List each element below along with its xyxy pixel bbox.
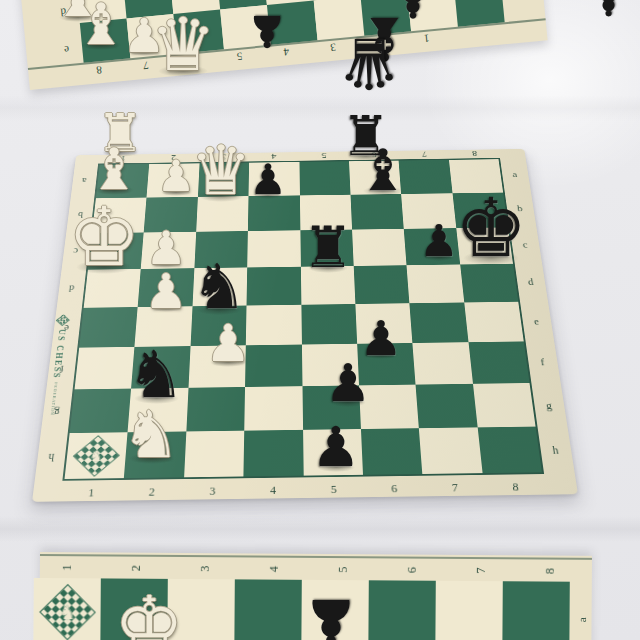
square-f1	[75, 347, 135, 389]
square-f5	[301, 344, 358, 386]
coordinate-label: 4	[249, 152, 299, 160]
square-g8	[473, 383, 536, 427]
square-a4	[249, 162, 300, 196]
square-c2	[141, 232, 196, 269]
bottom-board-square	[234, 579, 302, 640]
square-f4	[245, 345, 302, 387]
us-chess-logo: ♞	[73, 435, 120, 477]
coordinate-label: c	[67, 233, 85, 270]
coordinate-label: 1	[423, 33, 430, 45]
square-h8	[477, 427, 542, 474]
square-g2	[128, 388, 188, 432]
square-g5	[302, 385, 361, 429]
square-e2	[135, 306, 193, 347]
coordinate-label: 6	[349, 151, 400, 159]
square-h4	[244, 430, 304, 477]
coordinate-label: c	[516, 226, 535, 263]
top-board-square	[220, 5, 271, 49]
square-e6	[355, 303, 412, 344]
square-b7	[401, 193, 456, 229]
square-g1	[70, 389, 132, 434]
coordinate-label: 5	[236, 51, 243, 63]
coordinate-label: e	[64, 44, 70, 56]
square-e8	[464, 302, 524, 342]
coordinate-label: 7	[478, 563, 484, 578]
brand-sub: FEDERATION	[49, 383, 58, 416]
bottom-board-square: ♞	[33, 578, 101, 640]
coordinate-label: 2	[133, 561, 139, 576]
knight-logo-icon: ♞	[80, 441, 114, 469]
bottom-board: ♞ 12345678 a	[39, 552, 592, 640]
coordinate-label: 5	[340, 562, 346, 577]
photo-of-chess-boards: 87654321 de ♞ 12345678 12345678 abcdefgh…	[0, 0, 640, 640]
coordinate-label: e	[526, 301, 546, 341]
square-h2	[124, 431, 186, 478]
square-h3	[184, 431, 244, 478]
coordinate-label: 8	[485, 481, 547, 493]
square-e7	[410, 302, 469, 343]
square-d5	[300, 266, 355, 305]
coordinate-label: 4	[283, 46, 290, 58]
coordinate-label: 5	[299, 151, 349, 159]
square-h5	[303, 429, 363, 476]
top-board-square	[173, 9, 224, 53]
bottom-board-square	[301, 580, 369, 640]
bottom-board-square	[100, 578, 168, 640]
top-board-square	[267, 0, 318, 44]
square-b5	[300, 195, 352, 231]
bottom-board-square	[167, 579, 235, 640]
square-d2	[138, 268, 194, 307]
square-h6	[361, 428, 423, 475]
main-board: ♞ 12345678 12345678 abcdefgh abcdefgh US…	[32, 149, 578, 502]
coordinate-label: 4	[271, 562, 277, 577]
square-f7	[413, 342, 473, 384]
us-chess-shield-icon	[56, 315, 70, 327]
coordinate-label: 2	[377, 37, 384, 49]
bottom-board-file-label: a	[576, 617, 588, 622]
bottom-board-border-line	[40, 554, 592, 560]
coordinate-label: 8	[547, 564, 553, 579]
coordinate-label: 1	[64, 560, 70, 575]
coordinate-label: 5	[303, 484, 364, 496]
coordinate-label: 6	[409, 563, 415, 578]
coordinate-label: a	[76, 164, 93, 198]
square-g6	[359, 385, 419, 429]
coordinate-label: f	[532, 341, 553, 383]
coordinate-label: d	[521, 263, 541, 302]
coordinate-label: 1	[98, 154, 149, 162]
square-b3	[196, 196, 249, 232]
square-d3	[192, 267, 247, 306]
coordinate-label: 7	[143, 60, 150, 72]
square-a2	[147, 163, 200, 197]
coordinate-label: 3	[182, 485, 243, 497]
square-b6	[350, 194, 404, 230]
bottom-board-square	[502, 581, 570, 640]
bottom-board-squares: ♞	[33, 578, 570, 640]
square-d6	[354, 265, 410, 304]
square-a3	[198, 163, 250, 197]
square-d7	[407, 264, 464, 303]
main-board-grid: ♞	[62, 158, 544, 481]
square-c1	[88, 232, 144, 269]
coordinate-label: 1	[60, 487, 122, 499]
square-b1	[92, 198, 147, 234]
square-b4	[248, 195, 300, 231]
square-f3	[188, 345, 246, 387]
bottom-board-square	[435, 581, 503, 640]
square-g3	[186, 387, 245, 431]
square-e5	[301, 304, 357, 345]
square-e1	[79, 307, 138, 348]
square-h7	[419, 427, 482, 474]
square-d1	[84, 269, 141, 308]
coordinate-label: 8	[96, 64, 103, 76]
coordinate-label: a	[506, 158, 524, 192]
square-a6	[349, 161, 401, 195]
square-e4	[246, 305, 302, 346]
square-g7	[416, 384, 478, 428]
us-chess-logo: ♞	[39, 584, 96, 640]
top-board-square	[361, 0, 412, 36]
table-crease	[0, 95, 640, 121]
square-e3	[190, 306, 246, 347]
rank-labels-bottom: 12345678	[60, 481, 546, 499]
coordinate-label: 2	[148, 154, 199, 162]
coordinate-label: 3	[330, 42, 337, 54]
square-a1	[96, 164, 150, 198]
square-b8	[452, 193, 508, 229]
square-c6	[352, 229, 407, 266]
square-g4	[244, 386, 302, 430]
square-h1: ♞	[65, 432, 128, 479]
coordinate-label: 3	[202, 561, 208, 576]
coordinate-label: 6	[364, 483, 425, 495]
coordinate-label: d	[62, 269, 81, 308]
coordinate-label: g	[538, 383, 560, 427]
coordinate-label: 8	[449, 149, 500, 157]
square-c7	[404, 228, 460, 265]
square-a5	[299, 161, 350, 195]
coordinate-label: 4	[243, 485, 304, 497]
square-a8	[449, 159, 503, 193]
coordinate-label: 6	[189, 55, 196, 67]
square-c4	[247, 230, 300, 267]
coordinate-label: 7	[399, 150, 450, 158]
coordinate-label: b	[71, 197, 89, 232]
coordinate-label: h	[41, 434, 62, 481]
square-b2	[144, 197, 198, 233]
square-f2	[131, 346, 190, 388]
square-d4	[247, 267, 301, 306]
coordinate-label: 7	[424, 482, 486, 494]
square-f6	[357, 343, 416, 385]
coordinate-label: h	[544, 428, 566, 474]
bottom-board-square	[368, 580, 436, 640]
top-board-square	[314, 0, 365, 40]
coordinate-label: d	[60, 6, 67, 18]
square-c5	[300, 230, 354, 267]
coordinate-label: 2	[121, 486, 182, 498]
top-board-square	[127, 14, 178, 58]
square-c8	[456, 227, 513, 264]
square-c3	[194, 231, 248, 268]
coordinate-label: 3	[199, 153, 249, 161]
top-board-square	[80, 18, 131, 62]
table-crease	[0, 516, 640, 542]
square-a7	[399, 160, 452, 194]
square-f8	[468, 341, 529, 383]
coordinate-label: b	[511, 191, 530, 226]
knight-logo-icon: ♞	[48, 593, 86, 631]
square-d8	[460, 264, 518, 303]
